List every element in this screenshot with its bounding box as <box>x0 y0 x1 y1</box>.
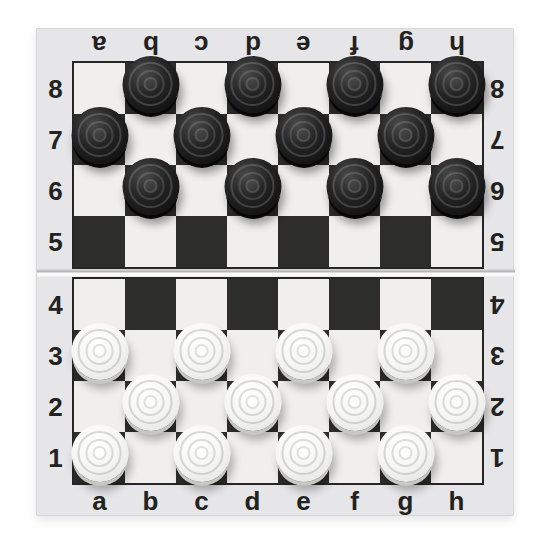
checker-black-h6[interactable] <box>428 157 485 214</box>
checker-black-e7[interactable] <box>275 106 332 163</box>
rank-label-7: 7 <box>37 114 74 165</box>
file-label-e: e <box>278 29 329 61</box>
file-label-d: d <box>227 485 278 517</box>
checker-black-g7[interactable] <box>377 106 434 163</box>
checker-white-f2[interactable] <box>326 373 383 430</box>
checkers-board: abcdefgh 8765 8765 4321 4321 abcdefgh <box>36 28 514 516</box>
checker-black-b8[interactable] <box>122 55 179 112</box>
square-h8[interactable] <box>431 63 482 114</box>
rank-label-5: 5 <box>480 216 515 267</box>
rank-labels-left-top: 8765 <box>37 63 74 267</box>
checker-white-c1[interactable] <box>173 424 230 481</box>
square-g5[interactable] <box>380 216 431 267</box>
photo-stage: abcdefgh 8765 8765 4321 4321 abcdefgh <box>0 0 550 550</box>
checker-black-f6[interactable] <box>326 157 383 214</box>
file-label-a: a <box>74 29 125 61</box>
square-d5[interactable] <box>227 216 278 267</box>
square-d8[interactable] <box>227 63 278 114</box>
square-c1[interactable] <box>176 432 227 483</box>
square-h2[interactable] <box>431 381 482 432</box>
square-h4[interactable] <box>431 279 482 330</box>
rank-label-3: 3 <box>37 330 74 381</box>
file-label-a: a <box>74 485 125 517</box>
square-g6[interactable] <box>380 165 431 216</box>
rank-label-7: 7 <box>480 114 515 165</box>
rank-labels-left-bottom: 4321 <box>37 279 74 483</box>
file-labels-top: abcdefgh <box>74 29 482 61</box>
square-b8[interactable] <box>125 63 176 114</box>
file-label-g: g <box>380 29 431 61</box>
rank-label-8: 8 <box>37 63 74 114</box>
square-f4[interactable] <box>329 279 380 330</box>
square-b6[interactable] <box>125 165 176 216</box>
checker-white-h2[interactable] <box>428 373 485 430</box>
square-a6[interactable] <box>74 165 125 216</box>
square-c6[interactable] <box>176 165 227 216</box>
square-d1[interactable] <box>227 432 278 483</box>
rank-labels-right-top: 8765 <box>480 63 515 267</box>
square-h5[interactable] <box>431 216 482 267</box>
square-c7[interactable] <box>176 114 227 165</box>
checker-black-h8[interactable] <box>428 55 485 112</box>
square-c5[interactable] <box>176 216 227 267</box>
checker-black-d6[interactable] <box>224 157 281 214</box>
square-g7[interactable] <box>380 114 431 165</box>
square-g3[interactable] <box>380 330 431 381</box>
checker-white-g1[interactable] <box>377 424 434 481</box>
fold-hinge <box>37 269 515 277</box>
rank-label-1: 1 <box>480 432 515 483</box>
square-b4[interactable] <box>125 279 176 330</box>
square-e1[interactable] <box>278 432 329 483</box>
square-a1[interactable] <box>74 432 125 483</box>
square-g1[interactable] <box>380 432 431 483</box>
square-a3[interactable] <box>74 330 125 381</box>
rank-label-4: 4 <box>37 279 74 330</box>
checker-white-e3[interactable] <box>275 322 332 379</box>
rank-label-4: 4 <box>480 279 515 330</box>
square-b2[interactable] <box>125 381 176 432</box>
rank-label-3: 3 <box>480 330 515 381</box>
square-h1[interactable] <box>431 432 482 483</box>
square-c3[interactable] <box>176 330 227 381</box>
file-label-b: b <box>125 485 176 517</box>
checker-black-b6[interactable] <box>122 157 179 214</box>
rank-label-1: 1 <box>37 432 74 483</box>
square-e7[interactable] <box>278 114 329 165</box>
rank-label-6: 6 <box>37 165 74 216</box>
rank-label-2: 2 <box>37 381 74 432</box>
rank-label-8: 8 <box>480 63 515 114</box>
checker-black-f8[interactable] <box>326 55 383 112</box>
square-b1[interactable] <box>125 432 176 483</box>
rank-label-6: 6 <box>480 165 515 216</box>
file-label-c: c <box>176 29 227 61</box>
checker-white-e1[interactable] <box>275 424 332 481</box>
square-d2[interactable] <box>227 381 278 432</box>
board-grid-top-half <box>72 61 484 269</box>
square-b5[interactable] <box>125 216 176 267</box>
checker-white-d2[interactable] <box>224 373 281 430</box>
file-label-f: f <box>329 485 380 517</box>
rank-label-5: 5 <box>37 216 74 267</box>
square-h6[interactable] <box>431 165 482 216</box>
square-e5[interactable] <box>278 216 329 267</box>
rank-labels-right-bottom: 4321 <box>480 279 515 483</box>
file-label-h: h <box>431 485 482 517</box>
checker-white-c3[interactable] <box>173 322 230 379</box>
square-a5[interactable] <box>74 216 125 267</box>
square-d6[interactable] <box>227 165 278 216</box>
checker-black-c7[interactable] <box>173 106 230 163</box>
square-e3[interactable] <box>278 330 329 381</box>
checker-black-a7[interactable] <box>71 106 128 163</box>
checker-black-d8[interactable] <box>224 55 281 112</box>
square-f2[interactable] <box>329 381 380 432</box>
file-labels-bottom: abcdefgh <box>74 485 482 517</box>
rank-label-2: 2 <box>480 381 515 432</box>
board-grid-bottom-half <box>72 277 484 485</box>
square-f5[interactable] <box>329 216 380 267</box>
checker-white-a1[interactable] <box>71 424 128 481</box>
square-f1[interactable] <box>329 432 380 483</box>
file-label-c: c <box>176 485 227 517</box>
file-label-g: g <box>380 485 431 517</box>
checker-white-g3[interactable] <box>377 322 434 379</box>
square-f8[interactable] <box>329 63 380 114</box>
square-e6[interactable] <box>278 165 329 216</box>
checker-white-b2[interactable] <box>122 373 179 430</box>
square-d4[interactable] <box>227 279 278 330</box>
square-a7[interactable] <box>74 114 125 165</box>
checker-white-a3[interactable] <box>71 322 128 379</box>
file-label-e: e <box>278 485 329 517</box>
square-f6[interactable] <box>329 165 380 216</box>
